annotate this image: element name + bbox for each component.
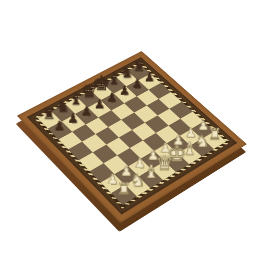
chess-board: ♜♞♝♛♚♝♞♜♟♟♟♟♟♟♟♟♟♟♟♟♟♟♟♟♜♞♝♛♚♝♞♜: [17, 51, 247, 223]
photo-background: ♜♞♝♛♚♝♞♜♟♟♟♟♟♟♟♟♟♟♟♟♟♟♟♟♜♞♝♛♚♝♞♜: [0, 0, 280, 280]
